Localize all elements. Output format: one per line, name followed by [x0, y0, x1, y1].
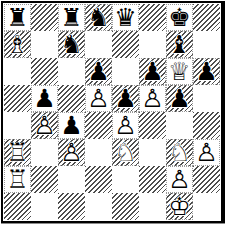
square-e4[interactable]: ♟♙ — [112, 112, 139, 139]
board-frame: ♜♜♞♛♚♝♗♞♝♟♟♛♕♟♟♟♙♟♟♙♟♟♙♟♟♙♜♖♟♙♞♘♞♘♟♙♜♖♟♙… — [1, 1, 225, 223]
square-c6[interactable] — [58, 58, 85, 85]
square-f6[interactable]: ♟ — [139, 58, 166, 85]
square-g6[interactable]: ♛♕ — [166, 58, 193, 85]
square-a2[interactable]: ♜♖ — [4, 166, 31, 193]
square-f4[interactable] — [139, 112, 166, 139]
black-pawn-icon-glyph: ♟ — [139, 58, 166, 85]
black-rook-icon-glyph: ♜ — [58, 4, 85, 31]
square-d7[interactable] — [85, 31, 112, 58]
chess-board: ♜♜♞♛♚♝♗♞♝♟♟♛♕♟♟♟♙♟♟♙♟♟♙♟♟♙♜♖♟♙♞♘♞♘♟♙♜♖♟♙… — [4, 4, 220, 220]
white-knight-icon: ♞♘ — [166, 139, 193, 166]
black-king-icon: ♚ — [166, 4, 193, 31]
square-e2[interactable] — [112, 166, 139, 193]
black-pawn-icon: ♟ — [166, 85, 193, 112]
white-pawn-icon-outline: ♙ — [58, 139, 85, 166]
black-knight-icon: ♞ — [58, 31, 85, 58]
square-f1[interactable] — [139, 193, 166, 220]
black-pawn-icon-glyph: ♟ — [193, 58, 220, 85]
square-d1[interactable] — [85, 193, 112, 220]
square-a5[interactable] — [4, 85, 31, 112]
square-h1[interactable] — [193, 193, 220, 220]
square-d5[interactable]: ♟♙ — [85, 85, 112, 112]
square-c1[interactable] — [58, 193, 85, 220]
square-b2[interactable] — [31, 166, 58, 193]
white-pawn-icon-outline: ♙ — [193, 139, 220, 166]
square-f3[interactable] — [139, 139, 166, 166]
square-c2[interactable] — [58, 166, 85, 193]
square-g3[interactable]: ♞♘ — [166, 139, 193, 166]
black-pawn-icon: ♟ — [85, 58, 112, 85]
black-pawn-icon: ♟ — [112, 85, 139, 112]
black-rook-icon: ♜ — [4, 4, 31, 31]
white-king-icon-outline: ♔ — [166, 193, 193, 220]
square-g5[interactable]: ♟ — [166, 85, 193, 112]
white-rook-icon: ♜♖ — [4, 139, 31, 166]
white-queen-icon-outline: ♕ — [166, 58, 193, 85]
square-c4[interactable]: ♟ — [58, 112, 85, 139]
white-knight-icon-outline: ♘ — [112, 139, 139, 166]
square-h2[interactable] — [193, 166, 220, 193]
square-a4[interactable] — [4, 112, 31, 139]
square-f8[interactable] — [139, 4, 166, 31]
square-a7[interactable]: ♝♗ — [4, 31, 31, 58]
white-pawn-icon: ♟♙ — [139, 85, 166, 112]
square-c7[interactable]: ♞ — [58, 31, 85, 58]
black-bishop-icon-glyph: ♝ — [166, 31, 193, 58]
black-bishop-icon: ♝ — [166, 31, 193, 58]
white-king-icon: ♚♔ — [166, 193, 193, 220]
black-knight-icon: ♞ — [85, 4, 112, 31]
white-bishop-icon: ♝♗ — [4, 31, 31, 58]
black-knight-icon-glyph: ♞ — [58, 31, 85, 58]
white-pawn-icon: ♟♙ — [58, 139, 85, 166]
square-g2[interactable]: ♟♙ — [166, 166, 193, 193]
square-d2[interactable] — [85, 166, 112, 193]
white-pawn-icon-outline: ♙ — [166, 166, 193, 193]
square-b3[interactable] — [31, 139, 58, 166]
square-f7[interactable] — [139, 31, 166, 58]
white-rook-icon-outline: ♖ — [4, 166, 31, 193]
white-pawn-icon: ♟♙ — [166, 166, 193, 193]
white-pawn-icon-outline: ♙ — [112, 112, 139, 139]
square-e1[interactable] — [112, 193, 139, 220]
white-queen-icon: ♛♕ — [166, 58, 193, 85]
black-rook-icon-glyph: ♜ — [4, 4, 31, 31]
square-e7[interactable] — [112, 31, 139, 58]
black-queen-icon: ♛ — [112, 4, 139, 31]
square-h3[interactable]: ♟♙ — [193, 139, 220, 166]
square-h5[interactable] — [193, 85, 220, 112]
white-pawn-icon: ♟♙ — [31, 112, 58, 139]
square-b6[interactable] — [31, 58, 58, 85]
square-f2[interactable] — [139, 166, 166, 193]
white-pawn-icon: ♟♙ — [112, 112, 139, 139]
black-queen-icon-glyph: ♛ — [112, 4, 139, 31]
black-rook-icon: ♜ — [58, 4, 85, 31]
square-e6[interactable] — [112, 58, 139, 85]
black-king-icon-glyph: ♚ — [166, 4, 193, 31]
square-b8[interactable] — [31, 4, 58, 31]
square-d6[interactable]: ♟ — [85, 58, 112, 85]
black-knight-icon-glyph: ♞ — [85, 4, 112, 31]
black-pawn-icon-glyph: ♟ — [85, 58, 112, 85]
black-pawn-icon: ♟ — [31, 85, 58, 112]
square-a3[interactable]: ♜♖ — [4, 139, 31, 166]
black-pawn-icon-glyph: ♟ — [58, 112, 85, 139]
square-a8[interactable]: ♜ — [4, 4, 31, 31]
white-rook-icon: ♜♖ — [4, 166, 31, 193]
black-pawn-icon: ♟ — [193, 58, 220, 85]
square-h7[interactable] — [193, 31, 220, 58]
square-a1[interactable] — [4, 193, 31, 220]
white-pawn-icon-outline: ♙ — [139, 85, 166, 112]
square-g8[interactable]: ♚ — [166, 4, 193, 31]
chess-diagram: ♜♜♞♛♚♝♗♞♝♟♟♛♕♟♟♟♙♟♟♙♟♟♙♟♟♙♜♖♟♙♞♘♞♘♟♙♜♖♟♙… — [0, 0, 226, 224]
square-b1[interactable] — [31, 193, 58, 220]
white-knight-icon-outline: ♘ — [166, 139, 193, 166]
square-g1[interactable]: ♚♔ — [166, 193, 193, 220]
square-c3[interactable]: ♟♙ — [58, 139, 85, 166]
square-e8[interactable]: ♛ — [112, 4, 139, 31]
square-h4[interactable] — [193, 112, 220, 139]
square-c8[interactable]: ♜ — [58, 4, 85, 31]
square-h6[interactable]: ♟ — [193, 58, 220, 85]
square-g7[interactable]: ♝ — [166, 31, 193, 58]
square-h8[interactable] — [193, 4, 220, 31]
black-pawn-icon-glyph: ♟ — [166, 85, 193, 112]
square-a6[interactable] — [4, 58, 31, 85]
square-d3[interactable] — [85, 139, 112, 166]
black-pawn-icon-glyph: ♟ — [31, 85, 58, 112]
white-knight-icon: ♞♘ — [112, 139, 139, 166]
square-b7[interactable] — [31, 31, 58, 58]
square-d8[interactable]: ♞ — [85, 4, 112, 31]
square-f5[interactable]: ♟♙ — [139, 85, 166, 112]
white-pawn-icon: ♟♙ — [193, 139, 220, 166]
white-bishop-icon-outline: ♗ — [4, 31, 31, 58]
black-pawn-icon-glyph: ♟ — [112, 85, 139, 112]
white-pawn-icon-outline: ♙ — [85, 85, 112, 112]
square-b5[interactable]: ♟ — [31, 85, 58, 112]
white-rook-icon-outline: ♖ — [4, 139, 31, 166]
white-pawn-icon: ♟♙ — [85, 85, 112, 112]
black-pawn-icon: ♟ — [139, 58, 166, 85]
square-e5[interactable]: ♟ — [112, 85, 139, 112]
white-pawn-icon-outline: ♙ — [31, 112, 58, 139]
square-c5[interactable] — [58, 85, 85, 112]
black-pawn-icon: ♟ — [58, 112, 85, 139]
square-d4[interactable] — [85, 112, 112, 139]
square-g4[interactable] — [166, 112, 193, 139]
square-e3[interactable]: ♞♘ — [112, 139, 139, 166]
square-b4[interactable]: ♟♙ — [31, 112, 58, 139]
